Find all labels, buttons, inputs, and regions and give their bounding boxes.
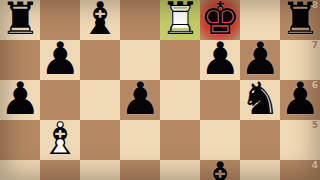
black-pawn[interactable]: ♟ (40, 40, 80, 80)
black-bishop-glyph: ♝ (200, 157, 240, 180)
black-bishop-glyph: ♝ (80, 0, 120, 37)
square-g6[interactable]: ♞ (240, 80, 280, 120)
black-pawn-glyph: ♟ (200, 37, 240, 77)
square-a4[interactable] (0, 160, 40, 180)
black-pawn-glyph: ♟ (240, 37, 280, 77)
rank-label-8: 8 (312, 0, 318, 11)
square-d4[interactable] (120, 160, 160, 180)
square-d5[interactable] (120, 120, 160, 160)
black-knight-glyph: ♞ (240, 77, 280, 117)
square-e6[interactable] (160, 80, 200, 120)
white-bishop-outline-glyph: ♗ (40, 117, 80, 157)
black-bishop[interactable]: ♝ (200, 160, 240, 180)
square-f7[interactable]: ♟ (200, 40, 240, 80)
black-pawn[interactable]: ♟ (200, 40, 240, 80)
chess-board: ♜♝♜♖♚♜8♟♟♟7♟♟♞♟6♝♗5♝4 (0, 0, 320, 180)
square-a6[interactable]: ♟ (0, 80, 40, 120)
black-pawn-glyph: ♟ (40, 37, 80, 77)
square-h6[interactable]: ♟6 (280, 80, 320, 120)
black-pawn[interactable]: ♟ (0, 80, 40, 120)
square-h8[interactable]: ♜8 (280, 0, 320, 40)
square-c6[interactable] (80, 80, 120, 120)
rank-label-5: 5 (312, 120, 318, 131)
board-grid: ♜♝♜♖♚♜8♟♟♟7♟♟♞♟6♝♗5♝4 (0, 0, 320, 180)
black-pawn-glyph: ♟ (120, 77, 160, 117)
square-c5[interactable] (80, 120, 120, 160)
square-d6[interactable]: ♟ (120, 80, 160, 120)
white-bishop[interactable]: ♝♗ (40, 120, 80, 160)
square-g5[interactable] (240, 120, 280, 160)
square-c7[interactable] (80, 40, 120, 80)
square-g4[interactable] (240, 160, 280, 180)
black-rook[interactable]: ♜ (0, 0, 40, 40)
square-a8[interactable]: ♜ (0, 0, 40, 40)
square-e8[interactable]: ♜♖ (160, 0, 200, 40)
square-h5[interactable]: 5 (280, 120, 320, 160)
square-f6[interactable] (200, 80, 240, 120)
square-f4[interactable]: ♝ (200, 160, 240, 180)
square-c8[interactable]: ♝ (80, 0, 120, 40)
square-a5[interactable] (0, 120, 40, 160)
white-rook-outline-glyph: ♖ (160, 0, 200, 37)
square-c4[interactable] (80, 160, 120, 180)
white-rook[interactable]: ♜♖ (160, 0, 200, 40)
square-e7[interactable] (160, 40, 200, 80)
black-pawn-glyph: ♟ (0, 77, 40, 117)
black-knight[interactable]: ♞ (240, 80, 280, 120)
square-e4[interactable] (160, 160, 200, 180)
rank-label-6: 6 (312, 80, 318, 91)
square-h4[interactable]: 4 (280, 160, 320, 180)
rank-label-7: 7 (312, 40, 318, 51)
black-pawn[interactable]: ♟ (120, 80, 160, 120)
square-b7[interactable]: ♟ (40, 40, 80, 80)
square-e5[interactable] (160, 120, 200, 160)
black-bishop[interactable]: ♝ (80, 0, 120, 40)
square-d8[interactable] (120, 0, 160, 40)
black-rook-glyph: ♜ (0, 0, 40, 37)
square-b4[interactable] (40, 160, 80, 180)
square-b5[interactable]: ♝♗ (40, 120, 80, 160)
rank-label-4: 4 (312, 160, 318, 171)
